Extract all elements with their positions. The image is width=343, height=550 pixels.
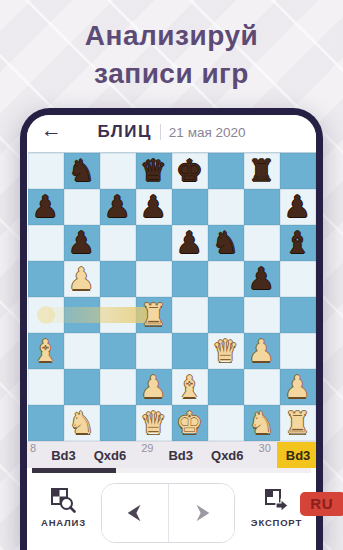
square-c6[interactable] bbox=[100, 225, 136, 261]
square-a7[interactable]: ♟ bbox=[28, 189, 64, 225]
move-number: 30 bbox=[253, 442, 277, 468]
square-f3[interactable]: ♛ bbox=[208, 333, 244, 369]
black-pawn-piece[interactable]: ♟ bbox=[172, 225, 208, 261]
black-pawn-piece[interactable]: ♟ bbox=[64, 225, 100, 261]
move-number: 29 bbox=[135, 442, 159, 468]
square-c5[interactable] bbox=[100, 261, 136, 297]
app-header: ← БЛИЦ 21 мая 2020 bbox=[27, 115, 316, 149]
square-e1[interactable]: ♚ bbox=[172, 405, 208, 441]
square-a8[interactable] bbox=[28, 153, 64, 189]
black-pawn-piece[interactable]: ♟ bbox=[280, 189, 316, 225]
square-e7[interactable] bbox=[172, 189, 208, 225]
square-h6[interactable]: ♝ bbox=[280, 225, 316, 261]
black-knight-piece[interactable]: ♞ bbox=[64, 153, 100, 189]
square-a3[interactable]: ♝ bbox=[28, 333, 64, 369]
nav-analyze-button[interactable]: АНАЛИЗ bbox=[41, 487, 86, 528]
square-b3[interactable] bbox=[64, 333, 100, 369]
square-d4[interactable]: ♜ bbox=[136, 297, 172, 333]
square-d6[interactable] bbox=[136, 225, 172, 261]
square-b1[interactable]: ♞ bbox=[64, 405, 100, 441]
phone-mockup: ← БЛИЦ 21 мая 2020 ♞♛♚♜♟♟♟♟♟♟♞♝♟♟♜♝♛♟♟♝♟… bbox=[20, 108, 323, 550]
game-type-title: БЛИЦ bbox=[97, 122, 151, 142]
square-e4[interactable] bbox=[172, 297, 208, 333]
chess-board[interactable]: ♞♛♚♜♟♟♟♟♟♟♞♝♟♟♜♝♛♟♟♝♟♞♛♚♞♜ bbox=[28, 152, 316, 441]
black-pawn-piece[interactable]: ♟ bbox=[136, 189, 172, 225]
square-h4[interactable] bbox=[280, 297, 316, 333]
square-b8[interactable]: ♞ bbox=[64, 153, 100, 189]
move-list[interactable]: 8 Bd3 Qxd6 29 Bd3 Qxd6 30 Bd3 Qx bbox=[27, 441, 316, 468]
square-h1[interactable]: ♜ bbox=[280, 405, 316, 441]
square-g5[interactable]: ♟ bbox=[244, 261, 280, 297]
square-f8[interactable] bbox=[208, 153, 244, 189]
square-f7[interactable] bbox=[208, 189, 244, 225]
move-item[interactable]: Qxd6 bbox=[85, 442, 136, 468]
square-b7[interactable] bbox=[64, 189, 100, 225]
black-king-piece[interactable]: ♚ bbox=[172, 153, 208, 189]
black-rook-piece[interactable]: ♜ bbox=[244, 153, 280, 189]
move-item[interactable]: Bd3 bbox=[42, 442, 85, 468]
black-queen-piece[interactable]: ♛ bbox=[136, 153, 172, 189]
header-title-group: БЛИЦ 21 мая 2020 bbox=[97, 122, 245, 142]
white-queen-piece[interactable]: ♛ bbox=[136, 405, 172, 441]
square-d5[interactable] bbox=[136, 261, 172, 297]
arrow-right-icon bbox=[191, 502, 213, 524]
headline-line2: записи игр bbox=[0, 55, 343, 93]
square-d8[interactable]: ♛ bbox=[136, 153, 172, 189]
nav-export-button[interactable]: ЭКСПОРТ bbox=[251, 487, 302, 528]
square-b6[interactable]: ♟ bbox=[64, 225, 100, 261]
square-g1[interactable]: ♞ bbox=[244, 405, 280, 441]
square-f4[interactable] bbox=[208, 297, 244, 333]
square-e8[interactable]: ♚ bbox=[172, 153, 208, 189]
black-pawn-piece[interactable]: ♟ bbox=[28, 189, 64, 225]
square-d7[interactable]: ♟ bbox=[136, 189, 172, 225]
back-arrow-icon[interactable]: ← bbox=[41, 118, 62, 142]
square-h3[interactable] bbox=[280, 333, 316, 369]
square-c2[interactable] bbox=[100, 369, 136, 405]
square-c8[interactable] bbox=[100, 153, 136, 189]
square-a5[interactable] bbox=[28, 261, 64, 297]
square-c1[interactable] bbox=[100, 405, 136, 441]
square-h5[interactable] bbox=[280, 261, 316, 297]
square-g7[interactable] bbox=[244, 189, 280, 225]
square-d2[interactable]: ♟ bbox=[136, 369, 172, 405]
move-stepper bbox=[101, 483, 235, 543]
analysis-board-magnifier-icon bbox=[50, 487, 76, 513]
black-knight-piece[interactable]: ♞ bbox=[208, 225, 244, 261]
app-screen: ← БЛИЦ 21 мая 2020 ♞♛♚♜♟♟♟♟♟♟♞♝♟♟♜♝♛♟♟♝♟… bbox=[27, 115, 316, 550]
next-move-button[interactable] bbox=[168, 484, 235, 542]
square-c7[interactable]: ♟ bbox=[100, 189, 136, 225]
square-e2[interactable]: ♝ bbox=[172, 369, 208, 405]
black-pawn-piece[interactable]: ♟ bbox=[100, 189, 136, 225]
move-item-current[interactable]: Bd3 bbox=[277, 442, 316, 468]
square-g3[interactable]: ♟ bbox=[244, 333, 280, 369]
white-pawn-piece[interactable]: ♟ bbox=[244, 333, 280, 369]
square-f1[interactable] bbox=[208, 405, 244, 441]
ru-badge: RU bbox=[300, 492, 343, 516]
square-g4[interactable] bbox=[244, 297, 280, 333]
square-b2[interactable] bbox=[64, 369, 100, 405]
square-f2[interactable] bbox=[208, 369, 244, 405]
square-c4[interactable] bbox=[100, 297, 136, 333]
white-king-piece[interactable]: ♚ bbox=[172, 405, 208, 441]
move-item[interactable]: Bd3 bbox=[159, 442, 202, 468]
square-f6[interactable]: ♞ bbox=[208, 225, 244, 261]
square-d1[interactable]: ♛ bbox=[136, 405, 172, 441]
headline-line1: Анализируй bbox=[0, 17, 343, 55]
square-e3[interactable] bbox=[172, 333, 208, 369]
white-knight-piece[interactable]: ♞ bbox=[244, 405, 280, 441]
white-pawn-piece[interactable]: ♟ bbox=[64, 261, 100, 297]
square-a4[interactable] bbox=[28, 297, 64, 333]
square-e5[interactable] bbox=[172, 261, 208, 297]
black-bishop-piece[interactable]: ♝ bbox=[280, 225, 316, 261]
white-rook-piece[interactable]: ♜ bbox=[280, 405, 316, 441]
white-pawn-piece[interactable]: ♟ bbox=[280, 369, 316, 405]
square-c3[interactable] bbox=[100, 333, 136, 369]
white-queen-piece[interactable]: ♛ bbox=[208, 333, 244, 369]
move-number: 8 bbox=[27, 442, 42, 468]
move-item[interactable]: Qxd6 bbox=[202, 442, 253, 468]
white-bishop-piece[interactable]: ♝ bbox=[172, 369, 208, 405]
export-label: ЭКСПОРТ bbox=[251, 517, 302, 528]
square-h7[interactable]: ♟ bbox=[280, 189, 316, 225]
square-h2[interactable]: ♟ bbox=[280, 369, 316, 405]
title-divider bbox=[160, 124, 161, 140]
analyze-label: АНАЛИЗ bbox=[41, 517, 86, 528]
square-d3[interactable] bbox=[136, 333, 172, 369]
square-h8[interactable] bbox=[280, 153, 316, 189]
black-pawn-piece[interactable]: ♟ bbox=[244, 261, 280, 297]
export-icon bbox=[263, 487, 289, 513]
square-g6[interactable] bbox=[244, 225, 280, 261]
square-b4[interactable] bbox=[64, 297, 100, 333]
square-e6[interactable]: ♟ bbox=[172, 225, 208, 261]
square-g2[interactable] bbox=[244, 369, 280, 405]
square-a6[interactable] bbox=[28, 225, 64, 261]
square-g8[interactable]: ♜ bbox=[244, 153, 280, 189]
prev-move-button[interactable] bbox=[102, 484, 168, 542]
white-bishop-piece[interactable]: ♝ bbox=[28, 333, 64, 369]
arrow-left-icon bbox=[124, 502, 146, 524]
square-a2[interactable] bbox=[28, 369, 64, 405]
game-date: 21 мая 2020 bbox=[169, 125, 246, 140]
white-pawn-piece[interactable]: ♟ bbox=[136, 369, 172, 405]
promo-headline: Анализируй записи игр bbox=[0, 0, 343, 93]
white-knight-piece[interactable]: ♞ bbox=[64, 405, 100, 441]
square-f5[interactable] bbox=[208, 261, 244, 297]
square-b5[interactable]: ♟ bbox=[64, 261, 100, 297]
bottom-nav: АНАЛИЗ bbox=[27, 473, 316, 541]
white-rook-piece[interactable]: ♜ bbox=[136, 297, 172, 333]
square-a1[interactable] bbox=[28, 405, 64, 441]
board-grid[interactable]: ♞♛♚♜♟♟♟♟♟♟♞♝♟♟♜♝♛♟♟♝♟♞♛♚♞♜ bbox=[28, 153, 316, 441]
